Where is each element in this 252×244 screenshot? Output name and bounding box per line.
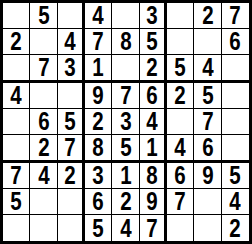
- digit-r4c4: 9: [92, 83, 103, 108]
- digit-r6c5: 5: [120, 135, 131, 160]
- digit-r2c3: 4: [64, 29, 75, 54]
- cell-r3c6[interactable]: 2: [140, 55, 167, 83]
- digit-r1c9: 7: [230, 3, 241, 28]
- cell-r2c8[interactable]: [194, 29, 221, 55]
- cell-r1c4[interactable]: 4: [85, 3, 112, 29]
- digit-r1c6: 3: [146, 3, 157, 28]
- cell-r9c3[interactable]: [58, 215, 85, 241]
- digit-r4c1: 4: [10, 83, 21, 108]
- digit-r5c5: 3: [120, 109, 131, 134]
- digit-r5c6: 4: [146, 109, 157, 134]
- digit-r3c8: 4: [202, 55, 213, 80]
- cell-r5c4[interactable]: 2: [85, 109, 112, 135]
- digit-r7c5: 1: [120, 163, 131, 188]
- digit-r7c7: 6: [174, 163, 185, 188]
- digit-r3c7: 5: [174, 55, 185, 80]
- sudoku-grid: 5432724785673125449762565234727851467423…: [3, 3, 249, 241]
- digit-r3c4: 1: [92, 55, 103, 80]
- cell-r5c6[interactable]: 4: [140, 109, 167, 135]
- sudoku-board: 5432724785673125449762565234727851467423…: [0, 0, 252, 244]
- cell-r6c2[interactable]: 2: [30, 135, 57, 163]
- cell-r5c5[interactable]: 3: [112, 109, 139, 135]
- cell-r4c3[interactable]: [58, 83, 85, 109]
- digit-r4c7: 2: [174, 83, 185, 108]
- cell-r5c2[interactable]: 6: [30, 109, 57, 135]
- cell-r1c8[interactable]: 2: [194, 3, 221, 29]
- digit-r3c6: 2: [146, 55, 157, 80]
- cell-r5c3[interactable]: 5: [58, 109, 85, 135]
- cell-r6c9[interactable]: [222, 135, 249, 163]
- digit-r7c3: 2: [64, 163, 75, 188]
- digit-r5c4: 2: [92, 109, 103, 134]
- cell-r4c9[interactable]: [222, 83, 249, 109]
- cell-r9c6[interactable]: 7: [140, 215, 167, 241]
- cell-r7c4[interactable]: 3: [85, 163, 112, 189]
- digit-r1c8: 2: [202, 3, 213, 28]
- cell-r2c4[interactable]: 7: [85, 29, 112, 55]
- digit-r7c9: 5: [230, 163, 241, 188]
- digit-r7c4: 3: [92, 163, 103, 188]
- cell-r2c7[interactable]: [167, 29, 194, 55]
- cell-r4c8[interactable]: 5: [194, 83, 221, 109]
- cell-r3c3[interactable]: 3: [58, 55, 85, 83]
- digit-r2c4: 7: [92, 29, 103, 54]
- cell-r9c1[interactable]: [3, 215, 30, 241]
- cell-r1c6[interactable]: 3: [140, 3, 167, 29]
- cell-r8c4[interactable]: 6: [85, 189, 112, 215]
- cell-r7c2[interactable]: 4: [30, 163, 57, 189]
- digit-r6c7: 4: [174, 135, 185, 160]
- cell-r3c4[interactable]: 1: [85, 55, 112, 83]
- cell-r6c5[interactable]: 5: [112, 135, 139, 163]
- cell-r2c1[interactable]: 2: [3, 29, 30, 55]
- cell-r3c8[interactable]: 4: [194, 55, 221, 83]
- digit-r7c2: 4: [38, 163, 49, 188]
- cell-r4c7[interactable]: 2: [167, 83, 194, 109]
- cell-r7c7[interactable]: 6: [167, 163, 194, 189]
- cell-r3c5[interactable]: [112, 55, 139, 83]
- cell-r5c7[interactable]: [167, 109, 194, 135]
- cell-r9c7[interactable]: [167, 215, 194, 241]
- cell-r1c5[interactable]: [112, 3, 139, 29]
- cell-r7c1[interactable]: 7: [3, 163, 30, 189]
- cell-r8c2[interactable]: [30, 189, 57, 215]
- digit-r2c6: 5: [146, 29, 157, 54]
- digit-r2c9: 6: [230, 29, 241, 54]
- cell-r7c5[interactable]: 1: [112, 163, 139, 189]
- digit-r1c4: 4: [92, 3, 103, 28]
- cell-r3c1[interactable]: [3, 55, 30, 83]
- cell-r1c9[interactable]: 7: [222, 3, 249, 29]
- cell-r8c1[interactable]: 5: [3, 189, 30, 215]
- cell-r7c8[interactable]: 9: [194, 163, 221, 189]
- digit-r8c9: 4: [230, 189, 241, 214]
- cell-r3c9[interactable]: [222, 55, 249, 83]
- cell-r8c3[interactable]: [58, 189, 85, 215]
- digit-r3c2: 7: [38, 55, 49, 80]
- cell-r4c5[interactable]: 7: [112, 83, 139, 109]
- digit-r4c5: 7: [120, 83, 131, 108]
- cell-r9c2[interactable]: [30, 215, 57, 241]
- cell-r9c9[interactable]: 2: [222, 215, 249, 241]
- digit-r8c7: 7: [174, 189, 185, 214]
- cell-r8c9[interactable]: 4: [222, 189, 249, 215]
- cell-r6c7[interactable]: 4: [167, 135, 194, 163]
- digit-r8c5: 2: [120, 189, 131, 214]
- cell-r8c5[interactable]: 2: [112, 189, 139, 215]
- digit-r2c1: 2: [10, 29, 21, 54]
- digit-r8c1: 5: [10, 189, 21, 214]
- cell-r8c8[interactable]: [194, 189, 221, 215]
- digit-r8c4: 6: [92, 189, 103, 214]
- cell-r7c6[interactable]: 8: [140, 163, 167, 189]
- cell-r9c8[interactable]: [194, 215, 221, 241]
- cell-r7c9[interactable]: 5: [222, 163, 249, 189]
- cell-r8c6[interactable]: 9: [140, 189, 167, 215]
- digit-r5c2: 6: [38, 109, 49, 134]
- cell-r6c4[interactable]: 8: [85, 135, 112, 163]
- cell-r3c7[interactable]: 5: [167, 55, 194, 83]
- digit-r9c5: 4: [120, 216, 131, 241]
- cell-r2c6[interactable]: 5: [140, 29, 167, 55]
- digit-r9c6: 7: [146, 216, 157, 241]
- digit-r6c3: 7: [64, 135, 75, 160]
- digit-r6c2: 2: [38, 135, 49, 160]
- cell-r2c2[interactable]: [30, 29, 57, 55]
- cell-r8c7[interactable]: 7: [167, 189, 194, 215]
- cell-r3c2[interactable]: 7: [30, 55, 57, 83]
- cell-r5c1[interactable]: [3, 109, 30, 135]
- digit-r4c6: 6: [146, 83, 157, 108]
- cell-r2c5[interactable]: 8: [112, 29, 139, 55]
- digit-r6c6: 1: [146, 135, 157, 160]
- cell-r6c6[interactable]: 1: [140, 135, 167, 163]
- cell-r2c9[interactable]: 6: [222, 29, 249, 55]
- digit-r1c2: 5: [38, 3, 49, 28]
- digit-r7c6: 8: [146, 163, 157, 188]
- cell-r6c8[interactable]: 6: [194, 135, 221, 163]
- digit-r7c8: 9: [202, 163, 213, 188]
- cell-r5c8[interactable]: 7: [194, 109, 221, 135]
- digit-r9c9: 2: [230, 216, 241, 241]
- cell-r1c3[interactable]: [58, 3, 85, 29]
- cell-r4c4[interactable]: 9: [85, 83, 112, 109]
- cell-r1c7[interactable]: [167, 3, 194, 29]
- digit-r5c8: 7: [202, 109, 213, 134]
- digit-r7c1: 7: [10, 163, 21, 188]
- cell-r5c9[interactable]: [222, 109, 249, 135]
- digit-r5c3: 5: [64, 109, 75, 134]
- cell-r6c3[interactable]: 7: [58, 135, 85, 163]
- digit-r6c4: 8: [92, 135, 103, 160]
- digit-r3c3: 3: [64, 55, 75, 80]
- cell-r4c2[interactable]: [30, 83, 57, 109]
- digit-r8c6: 9: [146, 189, 157, 214]
- cell-r1c1[interactable]: [3, 3, 30, 29]
- cell-r4c6[interactable]: 6: [140, 83, 167, 109]
- cell-r9c4[interactable]: 5: [85, 215, 112, 241]
- cell-r9c5[interactable]: 4: [112, 215, 139, 241]
- digit-r2c5: 8: [120, 29, 131, 54]
- digit-r4c8: 5: [202, 83, 213, 108]
- cell-r2c3[interactable]: 4: [58, 29, 85, 55]
- cell-r7c3[interactable]: 2: [58, 163, 85, 189]
- cell-r6c1[interactable]: [3, 135, 30, 163]
- digit-r6c8: 6: [202, 135, 213, 160]
- cell-r4c1[interactable]: 4: [3, 83, 30, 109]
- cell-r1c2[interactable]: 5: [30, 3, 57, 29]
- digit-r9c4: 5: [92, 216, 103, 241]
